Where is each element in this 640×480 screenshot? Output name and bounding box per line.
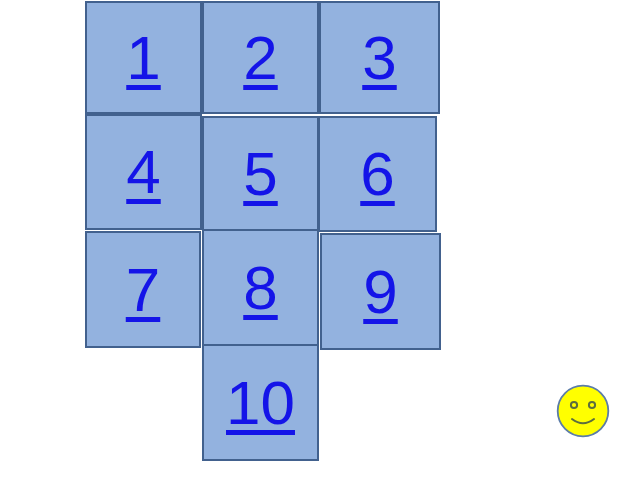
tile-3-link[interactable]: 3 [362, 27, 396, 89]
tile-5[interactable]: 5 [202, 116, 319, 232]
smiley-head [558, 386, 609, 437]
tile-6[interactable]: 6 [318, 116, 437, 232]
tile-4-link[interactable]: 4 [126, 141, 160, 203]
tile-2[interactable]: 2 [202, 1, 319, 114]
tile-7[interactable]: 7 [85, 231, 201, 348]
tile-1[interactable]: 1 [85, 1, 202, 114]
number-tile-board: 1 2 3 4 5 6 7 8 9 10 [85, 1, 440, 464]
tile-10[interactable]: 10 [202, 344, 319, 461]
tile-5-link[interactable]: 5 [243, 143, 277, 205]
tile-3[interactable]: 3 [319, 1, 440, 114]
tile-9[interactable]: 9 [320, 233, 441, 350]
tile-7-link[interactable]: 7 [126, 259, 160, 321]
tile-2-link[interactable]: 2 [243, 27, 277, 89]
smiley-face-icon [556, 384, 610, 438]
tile-10-link[interactable]: 10 [226, 372, 295, 434]
tile-8-link[interactable]: 8 [243, 257, 277, 319]
tile-1-link[interactable]: 1 [126, 27, 160, 89]
tile-6-link[interactable]: 6 [360, 143, 394, 205]
tile-8[interactable]: 8 [202, 229, 319, 346]
tile-4[interactable]: 4 [85, 114, 202, 230]
slide-canvas: 1 2 3 4 5 6 7 8 9 10 [0, 0, 640, 480]
tile-9-link[interactable]: 9 [363, 261, 397, 323]
